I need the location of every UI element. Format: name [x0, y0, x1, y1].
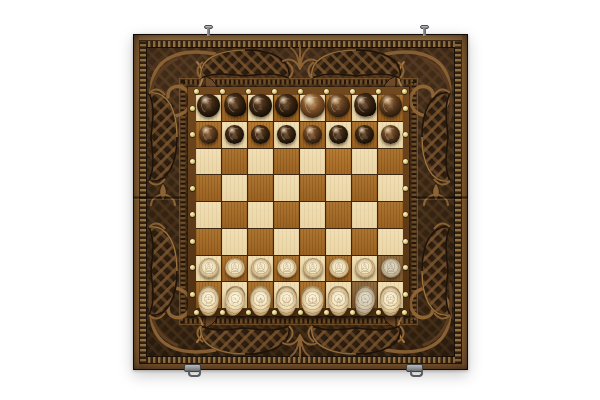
square-h5[interactable]: [378, 175, 403, 201]
square-g7[interactable]: ♟: [352, 122, 377, 148]
square-a7[interactable]: ♟: [196, 122, 221, 148]
brass-pin: [220, 89, 225, 94]
piece-black-pawn-d7[interactable]: ♟: [277, 125, 296, 144]
square-h1[interactable]: ♖: [378, 282, 403, 308]
brass-pin: [246, 310, 251, 315]
brass-pin: [190, 106, 195, 111]
brass-pin: [324, 310, 329, 315]
brass-pin: [194, 310, 199, 315]
brass-pin: [403, 265, 408, 270]
square-d6[interactable]: [274, 149, 299, 175]
square-g6[interactable]: [352, 149, 377, 175]
brass-pin: [403, 159, 408, 164]
brass-pin: [190, 132, 195, 137]
piece-white-knight-b1[interactable]: ♘: [223, 285, 246, 317]
piece-black-knight-g8[interactable]: ♞: [351, 91, 378, 119]
brass-pin: [298, 89, 303, 94]
square-h3[interactable]: [378, 229, 403, 255]
chess-board: ♜♞♝♛♚♝♞♜♟♟♟♟♟♟♟♟♙♙♙♙♙♙♙♙♖♘♗♕♔♗♘♖: [188, 87, 409, 316]
square-a6[interactable]: [196, 149, 221, 175]
square-e2[interactable]: ♙: [300, 256, 325, 282]
square-f8[interactable]: ♝: [326, 95, 351, 121]
piece-white-king-e1[interactable]: ♔: [301, 286, 324, 316]
brass-pin: [403, 132, 408, 137]
square-f2[interactable]: ♙: [326, 256, 351, 282]
square-d5[interactable]: [274, 175, 299, 201]
piece-black-rook-a8[interactable]: ♜: [197, 94, 220, 117]
square-g4[interactable]: [352, 202, 377, 228]
square-e6[interactable]: [300, 149, 325, 175]
square-a3[interactable]: [196, 229, 221, 255]
brass-pin: [190, 186, 195, 191]
square-h8[interactable]: ♜: [378, 95, 403, 121]
square-d8[interactable]: ♛: [274, 95, 299, 121]
piece-white-rook-a1[interactable]: ♖: [198, 286, 219, 316]
piece-black-king-e8[interactable]: ♚: [300, 93, 325, 118]
piece-white-knight-g1[interactable]: ♘: [353, 285, 376, 317]
brass-pin: [324, 89, 329, 94]
brass-pin: [298, 310, 303, 315]
brass-pin: [403, 239, 408, 244]
brass-pin: [403, 212, 408, 217]
square-c8[interactable]: ♝: [248, 95, 273, 121]
piece-black-bishop-c8[interactable]: ♝: [249, 94, 272, 117]
square-a2[interactable]: ♙: [196, 256, 221, 282]
piece-black-pawn-e7[interactable]: ♟: [303, 125, 322, 144]
brass-pin: [190, 159, 195, 164]
brass-pin: [190, 265, 195, 270]
square-d3[interactable]: [274, 229, 299, 255]
square-a8[interactable]: ♜: [196, 95, 221, 121]
brass-pin: [246, 89, 251, 94]
piece-white-pawn-e2[interactable]: ♙: [303, 258, 323, 278]
square-e1[interactable]: ♔: [300, 282, 325, 308]
square-b7[interactable]: ♟: [222, 122, 247, 148]
square-d7[interactable]: ♟: [274, 122, 299, 148]
brass-pin: [272, 89, 277, 94]
square-b4[interactable]: [222, 202, 247, 228]
piece-black-pawn-h7[interactable]: ♟: [381, 125, 400, 144]
square-e8[interactable]: ♚: [300, 95, 325, 121]
brass-pin: [403, 186, 408, 191]
hinge-right: [420, 25, 429, 36]
brass-pin: [376, 89, 381, 94]
square-c1[interactable]: ♗: [248, 282, 273, 308]
brass-pin: [190, 292, 195, 297]
square-a1[interactable]: ♖: [196, 282, 221, 308]
square-f3[interactable]: [326, 229, 351, 255]
square-h6[interactable]: [378, 149, 403, 175]
piece-white-queen-d1[interactable]: ♕: [276, 286, 297, 316]
clasp-left: [184, 364, 201, 372]
square-d4[interactable]: [274, 202, 299, 228]
square-f4[interactable]: [326, 202, 351, 228]
square-f1[interactable]: ♗: [326, 282, 351, 308]
piece-white-bishop-f1[interactable]: ♗: [328, 286, 349, 316]
piece-white-pawn-a2[interactable]: ♙: [199, 258, 219, 278]
brass-pin: [350, 310, 355, 315]
brass-pin: [403, 292, 408, 297]
square-e3[interactable]: [300, 229, 325, 255]
square-b2[interactable]: ♙: [222, 256, 247, 282]
square-d2[interactable]: ♙: [274, 256, 299, 282]
square-g2[interactable]: ♙: [352, 256, 377, 282]
piece-white-pawn-c2[interactable]: ♙: [251, 258, 271, 278]
piece-white-pawn-g2[interactable]: ♙: [355, 258, 375, 278]
square-c2[interactable]: ♙: [248, 256, 273, 282]
brass-pin: [190, 212, 195, 217]
piece-white-pawn-d2[interactable]: ♙: [277, 258, 297, 278]
brass-pin: [272, 310, 277, 315]
square-b3[interactable]: [222, 229, 247, 255]
square-f5[interactable]: [326, 175, 351, 201]
piece-black-pawn-f7[interactable]: ♟: [329, 125, 348, 144]
piece-white-rook-h1[interactable]: ♖: [380, 286, 401, 316]
square-e4[interactable]: [300, 202, 325, 228]
square-h7[interactable]: ♟: [378, 122, 403, 148]
hinge-stem-icon: [423, 28, 426, 36]
piece-white-bishop-c1[interactable]: ♗: [250, 286, 271, 316]
piece-black-knight-b8[interactable]: ♞: [221, 91, 248, 119]
square-b5[interactable]: [222, 175, 247, 201]
square-e5[interactable]: [300, 175, 325, 201]
brass-pin: [190, 239, 195, 244]
square-h2[interactable]: ♙: [378, 256, 403, 282]
brass-pin: [350, 89, 355, 94]
piece-black-queen-d8[interactable]: ♛: [275, 94, 298, 117]
photo-background: { "game": "chess", "scene": { "descripti…: [0, 0, 600, 400]
piece-black-pawn-g7[interactable]: ♟: [355, 125, 374, 144]
clasp-right: [406, 364, 423, 372]
square-c6[interactable]: [248, 149, 273, 175]
brass-pin: [402, 89, 407, 94]
brass-pin: [403, 106, 408, 111]
brass-pin: [402, 310, 407, 315]
square-f7[interactable]: ♟: [326, 122, 351, 148]
brass-pin: [220, 310, 225, 315]
square-b6[interactable]: [222, 149, 247, 175]
hinge-stem-icon: [207, 28, 210, 36]
square-e7[interactable]: ♟: [300, 122, 325, 148]
piece-black-pawn-a7[interactable]: ♟: [199, 125, 218, 144]
piece-black-rook-h8[interactable]: ♜: [379, 94, 402, 117]
square-c7[interactable]: ♟: [248, 122, 273, 148]
square-d1[interactable]: ♕: [274, 282, 299, 308]
square-g1[interactable]: ♘: [352, 282, 377, 308]
square-g5[interactable]: [352, 175, 377, 201]
square-b8[interactable]: ♞: [222, 95, 247, 121]
square-g8[interactable]: ♞: [352, 95, 377, 121]
square-g3[interactable]: [352, 229, 377, 255]
piece-white-pawn-h2[interactable]: ♙: [381, 258, 401, 278]
brass-pin: [194, 89, 199, 94]
board-squares: ♜♞♝♛♚♝♞♜♟♟♟♟♟♟♟♟♙♙♙♙♙♙♙♙♖♘♗♕♔♗♘♖: [196, 95, 403, 308]
piece-black-bishop-f8[interactable]: ♝: [327, 94, 350, 117]
piece-black-pawn-b7[interactable]: ♟: [225, 125, 244, 144]
square-c3[interactable]: [248, 229, 273, 255]
piece-white-pawn-b2[interactable]: ♙: [225, 258, 245, 278]
brass-pin: [376, 310, 381, 315]
square-c5[interactable]: [248, 175, 273, 201]
piece-white-pawn-f2[interactable]: ♙: [329, 258, 349, 278]
square-h4[interactable]: [378, 202, 403, 228]
square-a5[interactable]: [196, 175, 221, 201]
hinge-left: [204, 25, 213, 36]
square-f6[interactable]: [326, 149, 351, 175]
square-b1[interactable]: ♘: [222, 282, 247, 308]
piece-black-pawn-c7[interactable]: ♟: [251, 125, 270, 144]
square-c4[interactable]: [248, 202, 273, 228]
square-a4[interactable]: [196, 202, 221, 228]
